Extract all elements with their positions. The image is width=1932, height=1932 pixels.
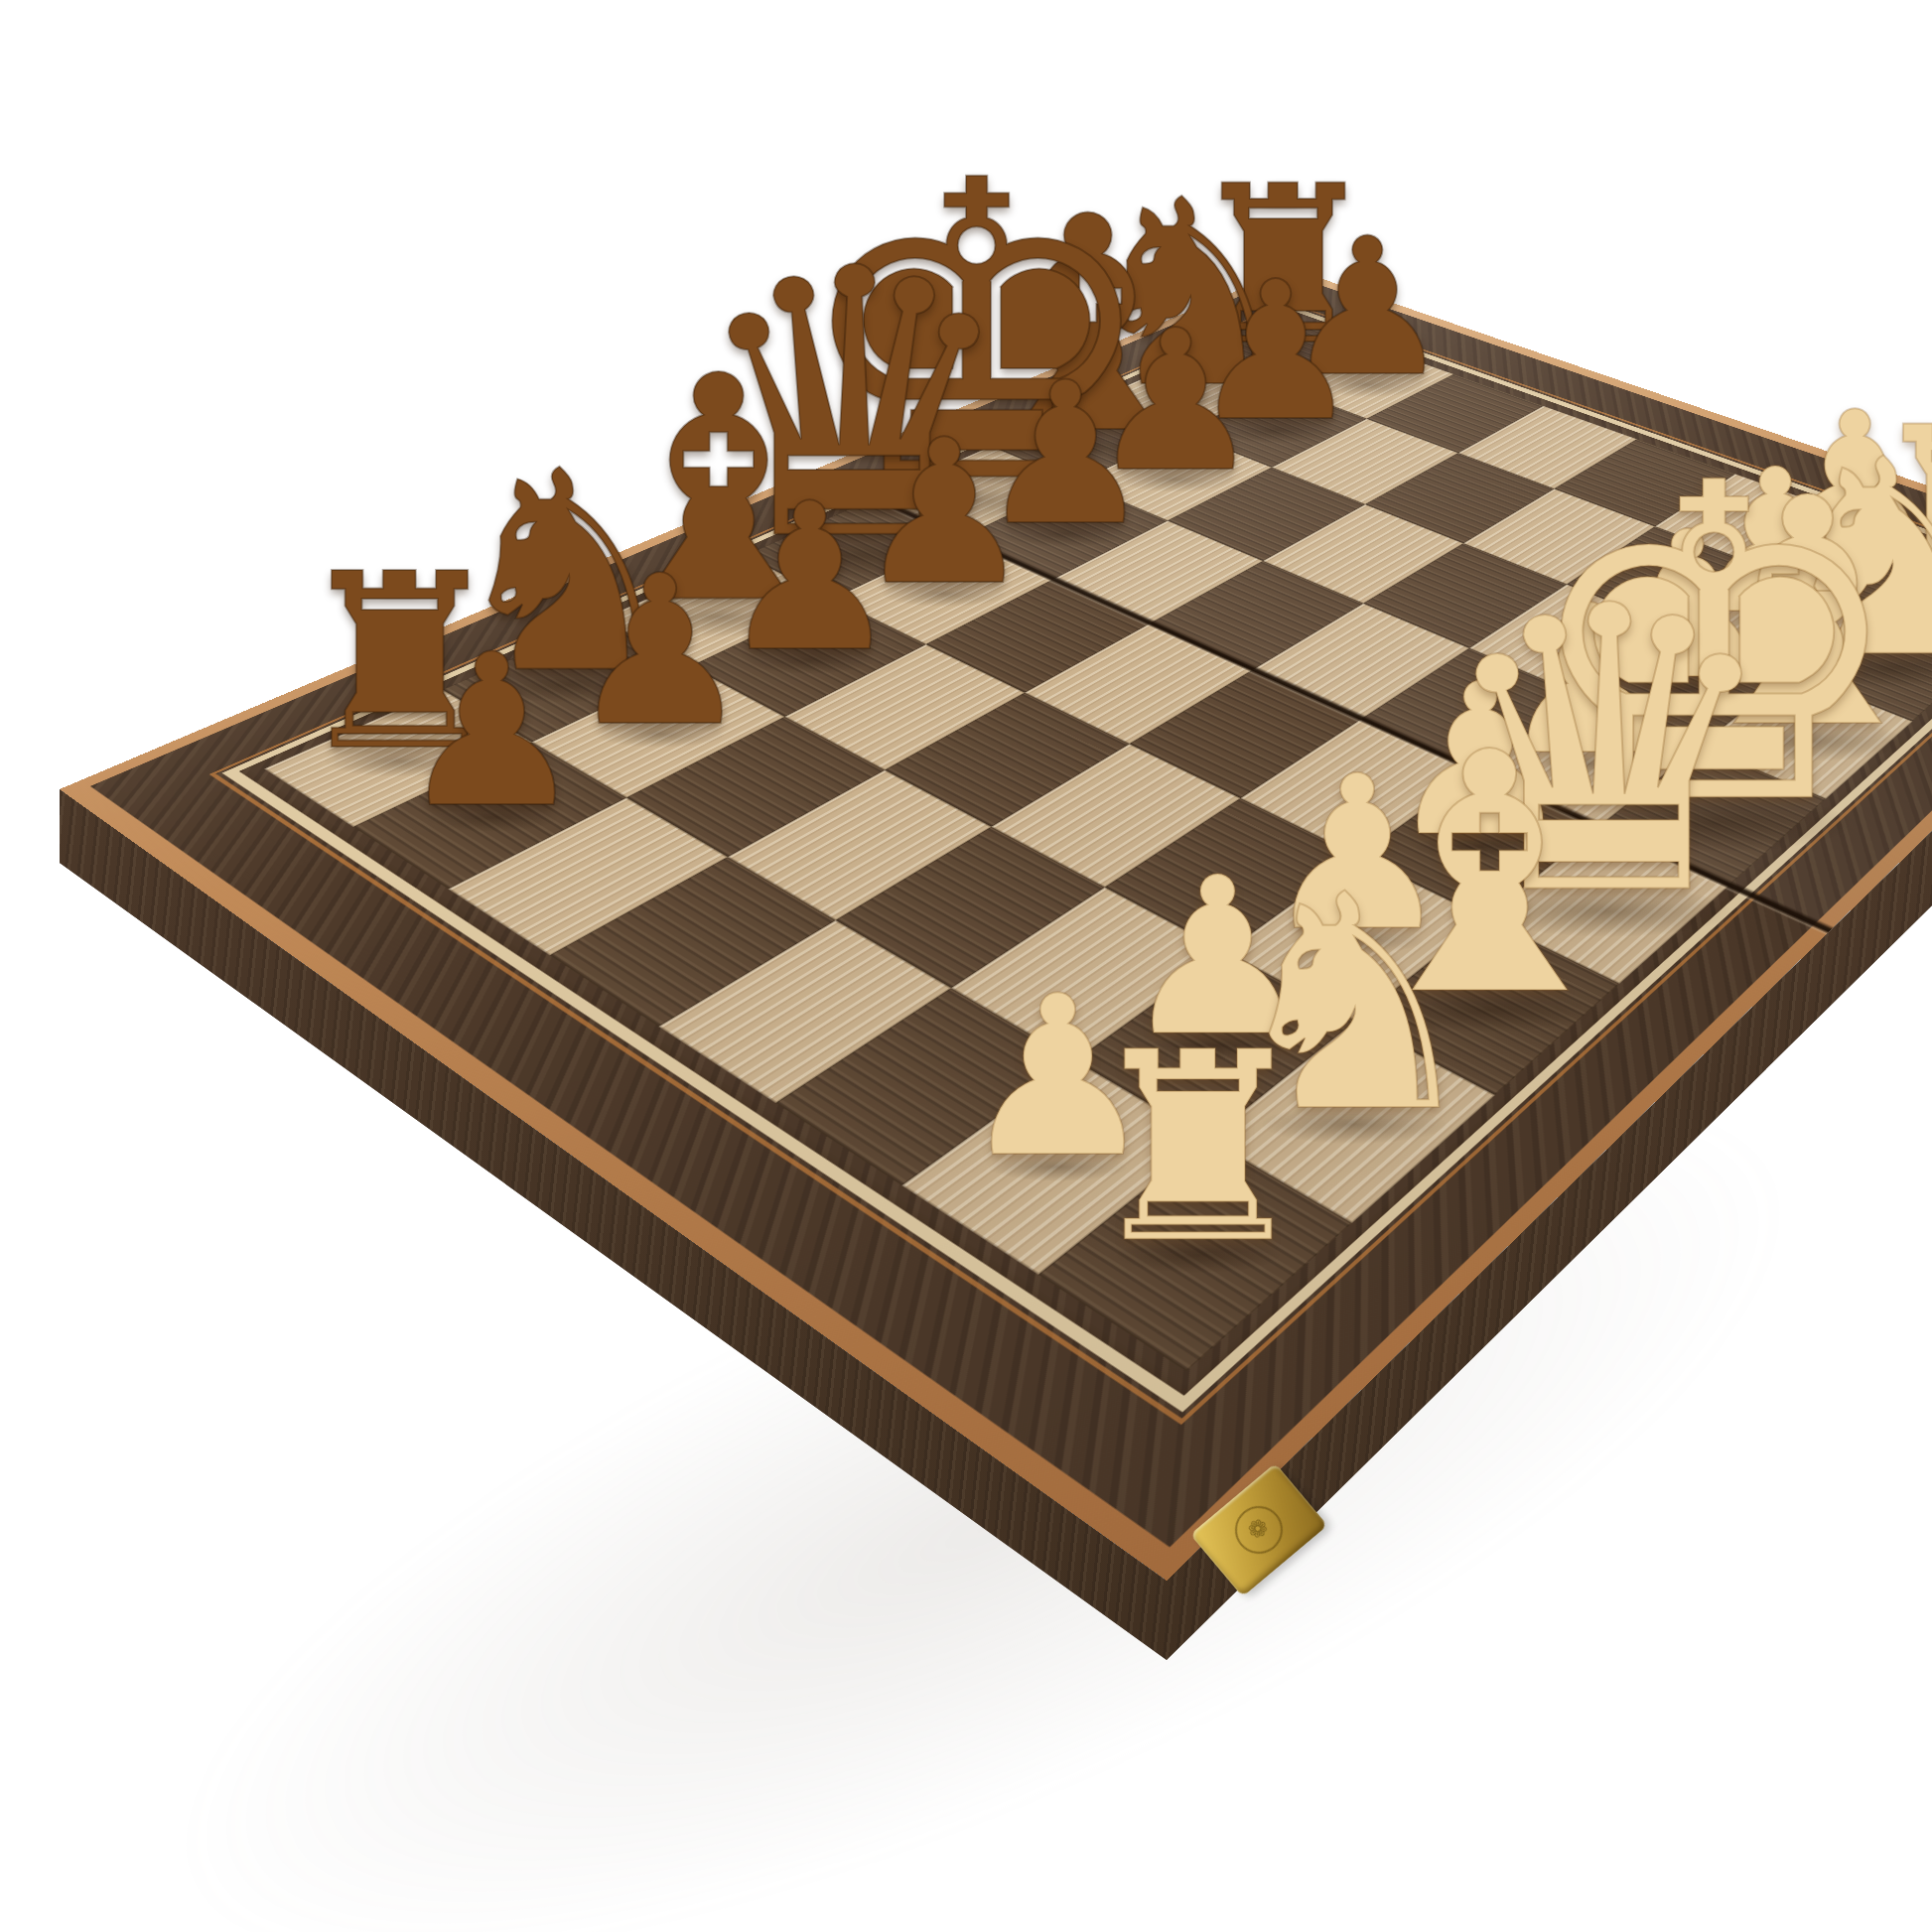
piece-white-rook-a1[interactable]: ♜ xyxy=(1081,1019,1315,1280)
pawn-icon: ♟ xyxy=(567,547,752,754)
piece-black-pawn-b7[interactable]: ♟ xyxy=(567,547,752,754)
rook-icon: ♜ xyxy=(1081,1019,1315,1280)
pawn-icon: ♟ xyxy=(397,626,586,837)
piece-black-pawn-a7[interactable]: ♟ xyxy=(397,626,586,837)
product-photo-scene: ♜♞♝♛♚♝♞♜♟♟♟♟♟♟♟♟♟♟♟♟♟♟♟♟♜♞♝♛♚♝♞♜ ❁ xyxy=(0,0,1932,1932)
maker-logo-icon: ❁ xyxy=(1225,1496,1293,1564)
